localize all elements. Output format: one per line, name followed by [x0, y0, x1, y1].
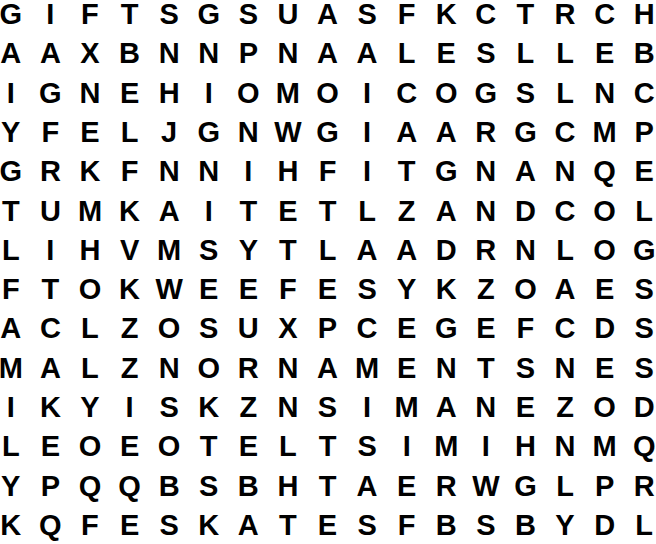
grid-cell[interactable]: X — [70, 34, 110, 73]
grid-cell[interactable]: D — [426, 231, 466, 270]
grid-cell[interactable]: I — [31, 0, 71, 34]
grid-cell[interactable]: F — [70, 506, 110, 544]
grid-cell[interactable]: N — [268, 34, 308, 73]
grid-cell[interactable]: N — [545, 427, 585, 466]
grid-cell[interactable]: O — [149, 309, 189, 348]
grid-cell[interactable]: T — [506, 0, 546, 34]
grid-cell[interactable]: S — [624, 309, 656, 348]
grid-cell[interactable]: F — [308, 152, 348, 191]
grid-cell[interactable]: S — [189, 466, 229, 505]
grid-cell[interactable]: U — [31, 191, 71, 230]
grid-cell[interactable]: Y — [545, 506, 585, 544]
grid-cell[interactable]: S — [229, 0, 269, 34]
grid-cell[interactable]: I — [347, 152, 387, 191]
grid-cell[interactable]: A — [0, 309, 31, 348]
word-search-page: GIFTSGSUASFKCTRCHAAXBNNPNAALESLLEBIGNEHI… — [0, 0, 656, 544]
grid-cell[interactable]: L — [268, 427, 308, 466]
grid-cell[interactable]: B — [506, 506, 546, 544]
grid-cell[interactable]: L — [347, 191, 387, 230]
grid-cell[interactable]: E — [387, 466, 427, 505]
grid-cell[interactable]: I — [229, 152, 269, 191]
grid-cell[interactable]: E — [268, 191, 308, 230]
grid-cell[interactable]: R — [624, 466, 656, 505]
grid-cell[interactable]: K — [0, 506, 31, 544]
grid-cell[interactable]: S — [347, 427, 387, 466]
grid-cell[interactable]: J — [149, 113, 189, 152]
grid-cell[interactable]: I — [110, 388, 150, 427]
grid-cell[interactable]: O — [189, 349, 229, 388]
grid-cell[interactable]: E — [31, 427, 71, 466]
grid-cell[interactable]: M — [268, 74, 308, 113]
grid-cell[interactable]: N — [466, 152, 506, 191]
grid-cell[interactable]: S — [149, 506, 189, 544]
grid-cell[interactable]: C — [31, 309, 71, 348]
grid-cell[interactable]: B — [149, 466, 189, 505]
grid-cell[interactable]: O — [585, 191, 625, 230]
grid-cell[interactable]: S — [149, 0, 189, 34]
grid-cell[interactable]: G — [189, 113, 229, 152]
grid-cell[interactable]: F — [387, 0, 427, 34]
grid-cell[interactable]: G — [0, 152, 31, 191]
grid-cell[interactable]: N — [426, 349, 466, 388]
grid-cell[interactable]: R — [466, 231, 506, 270]
grid-cell[interactable]: Q — [110, 466, 150, 505]
grid-cell[interactable]: T — [189, 427, 229, 466]
grid-cell[interactable]: A — [347, 466, 387, 505]
grid-cell[interactable]: L — [110, 113, 150, 152]
grid-cell[interactable]: C — [347, 309, 387, 348]
grid-cell[interactable]: T — [110, 0, 150, 34]
grid-cell[interactable]: U — [229, 309, 269, 348]
grid-cell[interactable]: Y — [387, 270, 427, 309]
grid-cell[interactable]: I — [189, 74, 229, 113]
grid-cell[interactable]: P — [585, 466, 625, 505]
grid-cell[interactable]: S — [149, 388, 189, 427]
grid-cell[interactable]: M — [387, 388, 427, 427]
grid-cell[interactable]: A — [426, 388, 466, 427]
grid-cell[interactable]: O — [149, 427, 189, 466]
grid-cell[interactable]: L — [308, 231, 348, 270]
grid-cell[interactable]: T — [308, 427, 348, 466]
grid-cell[interactable]: T — [31, 270, 71, 309]
grid-cell[interactable]: F — [70, 0, 110, 34]
grid-cell[interactable]: E — [70, 113, 110, 152]
grid-cell[interactable]: T — [387, 152, 427, 191]
grid-cell[interactable]: T — [0, 191, 31, 230]
grid-cell[interactable]: E — [189, 270, 229, 309]
grid-cell[interactable]: L — [545, 34, 585, 73]
grid-cell[interactable]: S — [466, 34, 506, 73]
grid-cell[interactable]: C — [545, 113, 585, 152]
grid-cell[interactable]: I — [347, 388, 387, 427]
grid-cell[interactable]: N — [466, 388, 506, 427]
grid-cell[interactable]: A — [229, 506, 269, 544]
grid-cell[interactable]: I — [0, 388, 31, 427]
grid-cell[interactable]: N — [189, 34, 229, 73]
grid-cell[interactable]: G — [466, 74, 506, 113]
grid-cell[interactable]: I — [387, 427, 427, 466]
grid-cell[interactable]: A — [31, 349, 71, 388]
grid-cell[interactable]: E — [585, 270, 625, 309]
grid-cell[interactable]: E — [110, 74, 150, 113]
grid-cell[interactable]: Y — [0, 113, 31, 152]
grid-cell[interactable]: C — [545, 191, 585, 230]
grid-cell[interactable]: T — [308, 191, 348, 230]
grid-cell[interactable]: G — [506, 113, 546, 152]
grid-cell[interactable]: S — [347, 270, 387, 309]
grid-cell[interactable]: M — [426, 427, 466, 466]
grid-cell[interactable]: K — [110, 270, 150, 309]
grid-cell[interactable]: E — [426, 34, 466, 73]
grid-cell[interactable]: P — [624, 113, 656, 152]
grid-cell[interactable]: T — [466, 349, 506, 388]
grid-cell[interactable]: F — [110, 152, 150, 191]
grid-cell[interactable]: C — [387, 74, 427, 113]
grid-cell[interactable]: H — [506, 427, 546, 466]
grid-cell[interactable]: C — [585, 0, 625, 34]
grid-cell[interactable]: S — [189, 309, 229, 348]
grid-cell[interactable]: Q — [31, 506, 71, 544]
grid-cell[interactable]: W — [268, 113, 308, 152]
grid-cell[interactable]: R — [31, 152, 71, 191]
grid-cell[interactable]: E — [466, 309, 506, 348]
grid-cell[interactable]: L — [387, 34, 427, 73]
grid-cell[interactable]: E — [110, 427, 150, 466]
grid-cell[interactable]: N — [149, 152, 189, 191]
grid-cell[interactable]: R — [466, 113, 506, 152]
grid-cell[interactable]: G — [308, 113, 348, 152]
grid-cell[interactable]: Z — [387, 191, 427, 230]
grid-cell[interactable]: H — [268, 466, 308, 505]
grid-cell[interactable]: E — [229, 427, 269, 466]
grid-cell[interactable]: S — [624, 349, 656, 388]
grid-cell[interactable]: M — [585, 113, 625, 152]
grid-cell[interactable]: E — [308, 270, 348, 309]
grid-cell[interactable]: Y — [70, 388, 110, 427]
grid-cell[interactable]: F — [387, 506, 427, 544]
grid-cell[interactable]: V — [110, 231, 150, 270]
grid-cell[interactable]: K — [189, 388, 229, 427]
grid-cell[interactable]: O — [426, 74, 466, 113]
grid-cell[interactable]: M — [585, 427, 625, 466]
grid-cell[interactable]: S — [466, 506, 506, 544]
grid-cell[interactable]: W — [149, 270, 189, 309]
grid-cell[interactable]: R — [229, 349, 269, 388]
grid-cell[interactable]: Q — [70, 466, 110, 505]
grid-cell[interactable]: A — [308, 0, 348, 34]
grid-cell[interactable]: N — [268, 388, 308, 427]
grid-cell[interactable]: S — [624, 270, 656, 309]
grid-cell[interactable]: L — [545, 231, 585, 270]
grid-cell[interactable]: A — [426, 113, 466, 152]
grid-cell[interactable]: N — [545, 349, 585, 388]
grid-cell[interactable]: B — [110, 34, 150, 73]
grid-cell[interactable]: I — [0, 74, 31, 113]
grid-cell[interactable]: A — [308, 349, 348, 388]
grid-cell[interactable]: G — [189, 0, 229, 34]
grid-cell[interactable]: A — [347, 231, 387, 270]
grid-cell[interactable]: L — [506, 34, 546, 73]
grid-cell[interactable]: T — [268, 506, 308, 544]
grid-cell[interactable]: A — [0, 34, 31, 73]
grid-cell[interactable]: K — [426, 270, 466, 309]
grid-cell[interactable]: G — [426, 152, 466, 191]
grid-cell[interactable]: L — [0, 427, 31, 466]
grid-cell[interactable]: T — [308, 466, 348, 505]
grid-cell[interactable]: N — [229, 113, 269, 152]
grid-cell[interactable]: E — [624, 152, 656, 191]
grid-cell[interactable]: F — [268, 270, 308, 309]
grid-cell[interactable]: N — [189, 152, 229, 191]
grid-cell[interactable]: A — [387, 231, 427, 270]
grid-cell[interactable]: N — [466, 191, 506, 230]
grid-cell[interactable]: K — [189, 506, 229, 544]
grid-cell[interactable]: F — [0, 270, 31, 309]
grid-cell[interactable]: D — [585, 506, 625, 544]
grid-cell[interactable]: Z — [110, 309, 150, 348]
grid-cell[interactable]: G — [31, 74, 71, 113]
grid-cell[interactable]: A — [506, 152, 546, 191]
grid-cell[interactable]: Z — [545, 388, 585, 427]
grid-cell[interactable]: C — [624, 74, 656, 113]
grid-cell[interactable]: L — [70, 309, 110, 348]
grid-cell[interactable]: A — [387, 113, 427, 152]
grid-cell[interactable]: A — [308, 34, 348, 73]
grid-cell[interactable]: N — [585, 74, 625, 113]
grid-cell[interactable]: I — [466, 427, 506, 466]
grid-cell[interactable]: L — [70, 349, 110, 388]
grid-cell[interactable]: S — [347, 506, 387, 544]
grid-cell[interactable]: P — [308, 309, 348, 348]
grid-cell[interactable]: H — [70, 231, 110, 270]
grid-cell[interactable]: Z — [110, 349, 150, 388]
grid-cell[interactable]: T — [268, 231, 308, 270]
grid-cell[interactable]: S — [189, 231, 229, 270]
grid-cell[interactable]: E — [110, 506, 150, 544]
grid-cell[interactable]: G — [624, 231, 656, 270]
grid-cell[interactable]: D — [506, 191, 546, 230]
grid-cell[interactable]: S — [506, 349, 546, 388]
grid-cell[interactable]: L — [624, 506, 656, 544]
grid-cell[interactable]: N — [149, 34, 189, 73]
grid-cell[interactable]: O — [70, 427, 110, 466]
grid-cell[interactable]: E — [387, 349, 427, 388]
grid-cell[interactable]: O — [585, 231, 625, 270]
grid-cell[interactable]: Q — [624, 427, 656, 466]
grid-cell[interactable]: I — [31, 231, 71, 270]
grid-cell[interactable]: K — [110, 191, 150, 230]
grid-cell[interactable]: O — [308, 74, 348, 113]
grid-cell[interactable]: E — [585, 34, 625, 73]
grid-cell[interactable]: N — [506, 231, 546, 270]
grid-cell[interactable]: N — [545, 152, 585, 191]
grid-cell[interactable]: M — [70, 191, 110, 230]
grid-cell[interactable]: H — [149, 74, 189, 113]
grid-cell[interactable]: G — [426, 309, 466, 348]
word-search-grid: GIFTSGSUASFKCTRCHAAXBNNPNAALESLLEBIGNEHI… — [0, 0, 656, 544]
grid-cell[interactable]: E — [308, 506, 348, 544]
grid-cell[interactable]: A — [347, 34, 387, 73]
grid-cell[interactable]: H — [268, 152, 308, 191]
grid-cell[interactable]: I — [347, 74, 387, 113]
grid-cell[interactable]: A — [149, 191, 189, 230]
grid-cell[interactable]: G — [0, 0, 31, 34]
grid-cell[interactable]: O — [70, 270, 110, 309]
grid-cell[interactable]: L — [624, 191, 656, 230]
grid-cell[interactable]: E — [387, 309, 427, 348]
grid-cell[interactable]: A — [426, 191, 466, 230]
grid-cell[interactable]: I — [189, 191, 229, 230]
grid-cell[interactable]: K — [426, 0, 466, 34]
grid-cell[interactable]: O — [229, 74, 269, 113]
grid-cell[interactable]: M — [149, 231, 189, 270]
grid-cell[interactable]: S — [506, 74, 546, 113]
grid-cell[interactable]: R — [545, 0, 585, 34]
grid-cell[interactable]: I — [347, 113, 387, 152]
grid-cell[interactable]: D — [624, 388, 656, 427]
grid-cell[interactable]: S — [347, 0, 387, 34]
grid-cell[interactable]: E — [229, 270, 269, 309]
grid-cell[interactable]: A — [545, 270, 585, 309]
grid-cell[interactable]: Y — [229, 231, 269, 270]
grid-cell[interactable]: B — [624, 34, 656, 73]
grid-cell[interactable]: S — [308, 388, 348, 427]
grid-cell[interactable]: R — [426, 466, 466, 505]
grid-cell[interactable]: U — [268, 0, 308, 34]
grid-cell[interactable]: G — [506, 466, 546, 505]
grid-cell[interactable]: B — [229, 466, 269, 505]
grid-cell[interactable]: Z — [466, 270, 506, 309]
grid-cell[interactable]: N — [149, 349, 189, 388]
grid-cell[interactable]: P — [31, 466, 71, 505]
grid-cell[interactable]: K — [70, 152, 110, 191]
grid-cell[interactable]: N — [70, 74, 110, 113]
grid-cell[interactable]: O — [506, 270, 546, 309]
grid-cell[interactable]: E — [585, 349, 625, 388]
grid-cell[interactable]: M — [347, 349, 387, 388]
grid-cell[interactable]: D — [585, 309, 625, 348]
grid-cell[interactable]: X — [268, 309, 308, 348]
grid-cell[interactable]: T — [229, 191, 269, 230]
grid-cell[interactable]: W — [466, 466, 506, 505]
grid-cell[interactable]: H — [624, 0, 656, 34]
grid-cell[interactable]: M — [0, 349, 31, 388]
grid-cell[interactable]: F — [31, 113, 71, 152]
grid-cell[interactable]: A — [31, 34, 71, 73]
grid-cell[interactable]: C — [466, 0, 506, 34]
grid-cell[interactable]: E — [506, 388, 546, 427]
grid-cell[interactable]: K — [31, 388, 71, 427]
grid-cell[interactable]: C — [545, 309, 585, 348]
grid-cell[interactable]: N — [268, 349, 308, 388]
grid-cell[interactable]: B — [426, 506, 466, 544]
grid-cell[interactable]: L — [0, 231, 31, 270]
grid-cell[interactable]: Z — [229, 388, 269, 427]
grid-cell[interactable]: L — [545, 466, 585, 505]
grid-cell[interactable]: L — [545, 74, 585, 113]
grid-cell[interactable]: Y — [0, 466, 31, 505]
grid-cell[interactable]: Q — [585, 152, 625, 191]
grid-cell[interactable]: O — [585, 388, 625, 427]
grid-cell[interactable]: F — [506, 309, 546, 348]
grid-cell[interactable]: P — [229, 34, 269, 73]
